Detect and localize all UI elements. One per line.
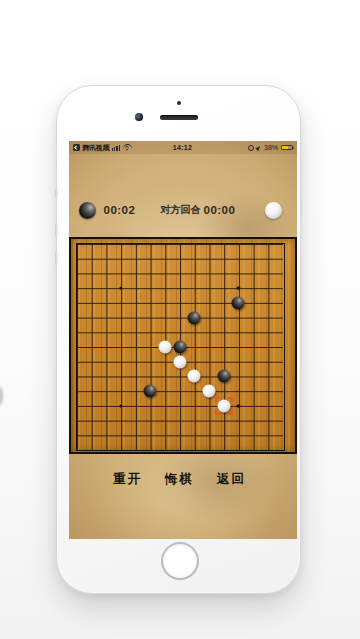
front-camera-icon [135, 113, 143, 121]
last-move-marker [215, 397, 233, 415]
black-stone [188, 311, 201, 324]
restart-button[interactable]: 重开 [113, 467, 142, 491]
rotation-lock-icon [248, 145, 254, 151]
back-button[interactable]: 返回 [217, 467, 246, 491]
star-point [237, 404, 240, 407]
home-button[interactable] [161, 542, 199, 580]
star-point [119, 287, 122, 290]
white-player-stone-icon [265, 202, 282, 219]
black-stone [173, 341, 186, 354]
board-grid[interactable] [77, 244, 283, 450]
black-timer: 00:02 [104, 199, 136, 221]
star-point [119, 404, 122, 407]
white-stone [158, 341, 171, 354]
wifi-icon [123, 144, 132, 151]
battery-icon [281, 145, 293, 151]
white-stone [188, 370, 201, 383]
action-bar: 重开 悔棋 返回 [69, 467, 297, 491]
earpiece-speaker [160, 115, 198, 120]
status-time: 14:12 [173, 141, 192, 154]
turn-indicator-label: 对方回合 [161, 199, 201, 221]
edge-smudge [0, 387, 3, 405]
volume-up-button[interactable] [55, 224, 58, 236]
mute-switch[interactable] [55, 189, 58, 198]
battery-percent: 38% [264, 141, 278, 154]
cellular-signal-icon [112, 145, 121, 151]
status-bar: 腾讯视频 14:12 38% [69, 141, 297, 154]
timer-bar: 00:02 对方回合 00:00 [69, 199, 297, 221]
black-stone [217, 370, 230, 383]
white-stone [202, 385, 215, 398]
volume-down-button[interactable] [55, 252, 58, 265]
location-arrow-icon [256, 144, 262, 150]
white-stone [173, 355, 186, 368]
page: 腾讯视频 14:12 38% 00:02 对方回合 00:00 [0, 0, 360, 639]
star-point [237, 287, 240, 290]
black-player-stone-icon [79, 202, 96, 219]
proximity-sensor-dot [177, 101, 181, 105]
phone-frame: 腾讯视频 14:12 38% 00:02 对方回合 00:00 [56, 85, 301, 594]
black-stone [144, 385, 157, 398]
back-app-label[interactable]: 腾讯视频 [82, 141, 109, 154]
gomoku-board[interactable] [69, 237, 297, 454]
power-button[interactable] [300, 196, 303, 218]
white-timer: 00:00 [204, 199, 236, 221]
black-stone [232, 296, 245, 309]
undo-button[interactable]: 悔棋 [165, 467, 194, 491]
back-to-app-icon[interactable] [73, 144, 80, 151]
app-screen: 腾讯视频 14:12 38% 00:02 对方回合 00:00 [69, 141, 297, 539]
